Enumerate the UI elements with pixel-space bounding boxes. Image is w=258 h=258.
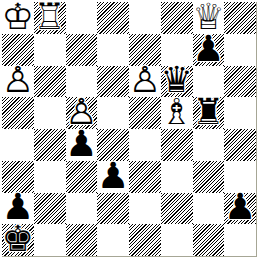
white-bishop-piece[interactable]: ♝♗ [161, 97, 193, 129]
black-pawn-piece[interactable]: ♟♟ [66, 129, 98, 161]
piece-white-halo: ♛ [193, 1, 225, 33]
square-f2[interactable] [161, 193, 193, 225]
white-rook-glyph: ♖ [34, 1, 66, 33]
square-g8[interactable]: ♛♕ [193, 2, 225, 34]
square-c1[interactable] [66, 224, 98, 256]
square-e1[interactable] [129, 224, 161, 256]
piece-white-halo: ♟ [224, 192, 256, 224]
white-rook-piece[interactable]: ♜♖ [34, 2, 66, 34]
square-b7[interactable] [34, 34, 66, 66]
piece-white-halo: ♟ [66, 96, 98, 128]
piece-white-halo: ♚ [2, 1, 34, 33]
chess-diagram: ♚♔♜♖♛♕♟♟♟♙♟♙♛♛♟♙♝♗♜♜♟♟♟♟♟♟♟♟♚♚ [0, 0, 258, 258]
white-pawn-glyph: ♙ [2, 65, 34, 97]
piece-white-halo: ♚ [2, 223, 34, 255]
square-f8[interactable] [161, 2, 193, 34]
white-pawn-piece[interactable]: ♟♙ [2, 66, 34, 98]
white-king-glyph: ♔ [2, 1, 34, 33]
square-g3[interactable] [193, 161, 225, 193]
square-c5[interactable]: ♟♙ [66, 97, 98, 129]
black-pawn-glyph: ♟ [224, 192, 256, 224]
square-d6[interactable] [97, 66, 129, 98]
white-queen-glyph: ♕ [193, 1, 225, 33]
square-d1[interactable] [97, 224, 129, 256]
square-e3[interactable] [129, 161, 161, 193]
square-g6[interactable] [193, 66, 225, 98]
square-c2[interactable] [66, 193, 98, 225]
square-f3[interactable] [161, 161, 193, 193]
square-b6[interactable] [34, 66, 66, 98]
square-h5[interactable] [224, 97, 256, 129]
black-pawn-glyph: ♟ [66, 128, 98, 160]
black-king-piece[interactable]: ♚♚ [2, 224, 34, 256]
square-e6[interactable]: ♟♙ [129, 66, 161, 98]
white-pawn-glyph: ♙ [66, 96, 98, 128]
square-h2[interactable]: ♟♟ [224, 193, 256, 225]
black-pawn-piece[interactable]: ♟♟ [97, 161, 129, 193]
square-d8[interactable] [97, 2, 129, 34]
white-bishop-glyph: ♗ [161, 96, 193, 128]
piece-white-halo: ♟ [66, 128, 98, 160]
square-d3[interactable]: ♟♟ [97, 161, 129, 193]
white-king-piece[interactable]: ♚♔ [2, 2, 34, 34]
black-pawn-glyph: ♟ [97, 160, 129, 192]
square-g4[interactable] [193, 129, 225, 161]
square-e5[interactable] [129, 97, 161, 129]
square-a7[interactable] [2, 34, 34, 66]
square-a5[interactable] [2, 97, 34, 129]
black-pawn-glyph: ♟ [2, 192, 34, 224]
square-d5[interactable] [97, 97, 129, 129]
square-f5[interactable]: ♝♗ [161, 97, 193, 129]
square-h7[interactable] [224, 34, 256, 66]
piece-white-halo: ♟ [97, 160, 129, 192]
square-e2[interactable] [129, 193, 161, 225]
square-a2[interactable]: ♟♟ [2, 193, 34, 225]
square-b1[interactable] [34, 224, 66, 256]
black-queen-glyph: ♛ [161, 65, 193, 97]
square-g2[interactable] [193, 193, 225, 225]
square-g7[interactable]: ♟♟ [193, 34, 225, 66]
white-pawn-glyph: ♙ [129, 65, 161, 97]
square-c8[interactable] [66, 2, 98, 34]
chess-board: ♚♔♜♖♛♕♟♟♟♙♟♙♛♛♟♙♝♗♜♜♟♟♟♟♟♟♟♟♚♚ [2, 2, 257, 257]
square-b3[interactable] [34, 161, 66, 193]
square-h6[interactable] [224, 66, 256, 98]
square-h1[interactable] [224, 224, 256, 256]
black-pawn-piece[interactable]: ♟♟ [193, 34, 225, 66]
piece-white-halo: ♟ [129, 65, 161, 97]
square-f1[interactable] [161, 224, 193, 256]
square-a8[interactable]: ♚♔ [2, 2, 34, 34]
square-h8[interactable] [224, 2, 256, 34]
black-pawn-glyph: ♟ [193, 33, 225, 65]
square-c4[interactable]: ♟♟ [66, 129, 98, 161]
white-queen-piece[interactable]: ♛♕ [193, 2, 225, 34]
piece-white-halo: ♜ [193, 96, 225, 128]
square-f7[interactable] [161, 34, 193, 66]
black-pawn-piece[interactable]: ♟♟ [2, 193, 34, 225]
square-b8[interactable]: ♜♖ [34, 2, 66, 34]
piece-white-halo: ♟ [2, 65, 34, 97]
square-a1[interactable]: ♚♚ [2, 224, 34, 256]
black-rook-piece[interactable]: ♜♜ [193, 97, 225, 129]
square-e8[interactable] [129, 2, 161, 34]
piece-white-halo: ♛ [161, 65, 193, 97]
square-b5[interactable] [34, 97, 66, 129]
square-c7[interactable] [66, 34, 98, 66]
square-c3[interactable] [66, 161, 98, 193]
black-rook-glyph: ♜ [193, 96, 225, 128]
square-f4[interactable] [161, 129, 193, 161]
white-pawn-piece[interactable]: ♟♙ [129, 66, 161, 98]
square-b2[interactable] [34, 193, 66, 225]
square-a4[interactable] [2, 129, 34, 161]
square-b4[interactable] [34, 129, 66, 161]
piece-white-halo: ♟ [2, 192, 34, 224]
black-queen-piece[interactable]: ♛♛ [161, 66, 193, 98]
square-h3[interactable] [224, 161, 256, 193]
square-e7[interactable] [129, 34, 161, 66]
square-e4[interactable] [129, 129, 161, 161]
square-f6[interactable]: ♛♛ [161, 66, 193, 98]
square-d7[interactable] [97, 34, 129, 66]
square-g5[interactable]: ♜♜ [193, 97, 225, 129]
square-g1[interactable] [193, 224, 225, 256]
square-d2[interactable] [97, 193, 129, 225]
white-pawn-piece[interactable]: ♟♙ [66, 97, 98, 129]
piece-white-halo: ♝ [161, 96, 193, 128]
piece-white-halo: ♟ [193, 33, 225, 65]
square-c6[interactable] [66, 66, 98, 98]
square-h4[interactable] [224, 129, 256, 161]
black-pawn-piece[interactable]: ♟♟ [224, 193, 256, 225]
square-a6[interactable]: ♟♙ [2, 66, 34, 98]
square-a3[interactable] [2, 161, 34, 193]
square-d4[interactable] [97, 129, 129, 161]
black-king-glyph: ♚ [2, 223, 34, 255]
piece-white-halo: ♜ [34, 1, 66, 33]
